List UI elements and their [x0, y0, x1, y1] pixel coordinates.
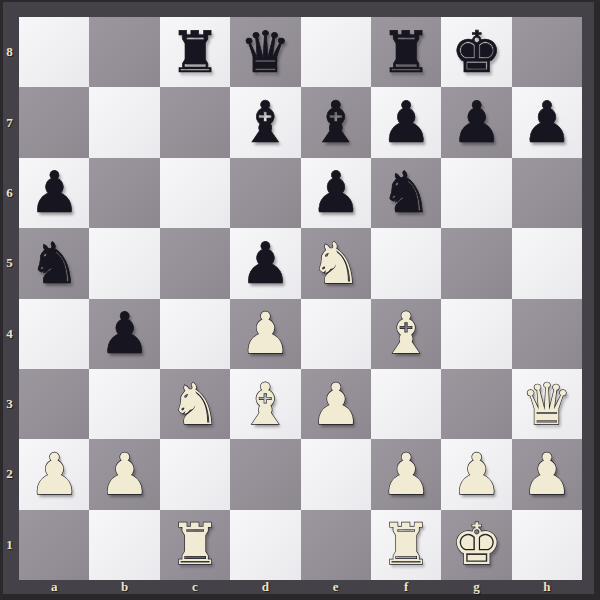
square-f3[interactable]	[371, 369, 441, 439]
square-g6[interactable]	[441, 158, 511, 228]
square-g5[interactable]	[441, 228, 511, 298]
rank-label-6: 6	[0, 158, 19, 228]
file-label-e: e	[301, 579, 371, 595]
piece-black-pawn[interactable]: ♟	[240, 235, 291, 292]
piece-black-pawn[interactable]: ♟	[29, 164, 80, 221]
piece-white-pawn[interactable]: ♟	[310, 376, 361, 433]
square-a4[interactable]	[19, 299, 89, 369]
square-c6[interactable]	[160, 158, 230, 228]
piece-black-bishop[interactable]: ♝	[240, 94, 291, 151]
square-h3[interactable]: ♛	[512, 369, 582, 439]
square-f7[interactable]: ♟	[371, 87, 441, 157]
square-a5[interactable]: ♞	[19, 228, 89, 298]
square-a7[interactable]	[19, 87, 89, 157]
square-b1[interactable]	[89, 510, 159, 580]
piece-white-pawn[interactable]: ♟	[240, 305, 291, 362]
square-c4[interactable]	[160, 299, 230, 369]
file-labels: abcdefgh	[19, 579, 582, 595]
piece-white-bishop[interactable]: ♝	[240, 376, 291, 433]
square-a2[interactable]: ♟	[19, 439, 89, 509]
chess-diagram: 87654321 abcdefgh ♜♛♜♚♝♝♟♟♟♟♟♞♞♟♞♟♟♝♞♝♟♛…	[0, 0, 600, 600]
rank-label-5: 5	[0, 228, 19, 298]
square-b7[interactable]	[89, 87, 159, 157]
piece-black-pawn[interactable]: ♟	[521, 94, 572, 151]
piece-white-rook[interactable]: ♜	[381, 516, 432, 573]
piece-black-knight[interactable]: ♞	[29, 235, 80, 292]
square-b5[interactable]	[89, 228, 159, 298]
square-f4[interactable]: ♝	[371, 299, 441, 369]
square-a1[interactable]	[19, 510, 89, 580]
piece-black-queen[interactable]: ♛	[240, 24, 291, 81]
square-b2[interactable]: ♟	[89, 439, 159, 509]
rank-label-7: 7	[0, 87, 19, 157]
piece-white-knight[interactable]: ♞	[169, 376, 220, 433]
square-e3[interactable]: ♟	[301, 369, 371, 439]
piece-white-bishop[interactable]: ♝	[381, 305, 432, 362]
square-e4[interactable]	[301, 299, 371, 369]
piece-white-pawn[interactable]: ♟	[521, 446, 572, 503]
square-d3[interactable]: ♝	[230, 369, 300, 439]
piece-black-pawn[interactable]: ♟	[451, 94, 502, 151]
piece-white-queen[interactable]: ♛	[521, 376, 572, 433]
square-c3[interactable]: ♞	[160, 369, 230, 439]
square-d7[interactable]: ♝	[230, 87, 300, 157]
square-e7[interactable]: ♝	[301, 87, 371, 157]
square-a3[interactable]	[19, 369, 89, 439]
square-c2[interactable]	[160, 439, 230, 509]
square-g4[interactable]	[441, 299, 511, 369]
piece-black-king[interactable]: ♚	[451, 24, 502, 81]
square-f5[interactable]	[371, 228, 441, 298]
rank-label-4: 4	[0, 299, 19, 369]
square-d2[interactable]	[230, 439, 300, 509]
rank-label-1: 1	[0, 510, 19, 580]
square-b6[interactable]	[89, 158, 159, 228]
file-label-g: g	[441, 579, 511, 595]
file-label-c: c	[160, 579, 230, 595]
square-h1[interactable]	[512, 510, 582, 580]
piece-white-pawn[interactable]: ♟	[451, 446, 502, 503]
file-label-f: f	[371, 579, 441, 595]
file-label-b: b	[89, 579, 159, 595]
square-b8[interactable]	[89, 17, 159, 87]
square-h2[interactable]: ♟	[512, 439, 582, 509]
piece-black-pawn[interactable]: ♟	[381, 94, 432, 151]
piece-white-knight[interactable]: ♞	[310, 235, 361, 292]
square-c5[interactable]	[160, 228, 230, 298]
piece-black-knight[interactable]: ♞	[381, 164, 432, 221]
square-d8[interactable]: ♛	[230, 17, 300, 87]
square-h8[interactable]	[512, 17, 582, 87]
file-label-d: d	[230, 579, 300, 595]
square-h4[interactable]	[512, 299, 582, 369]
square-h6[interactable]	[512, 158, 582, 228]
square-e2[interactable]	[301, 439, 371, 509]
square-f8[interactable]: ♜	[371, 17, 441, 87]
piece-black-rook[interactable]: ♜	[381, 24, 432, 81]
chess-board: ♜♛♜♚♝♝♟♟♟♟♟♞♞♟♞♟♟♝♞♝♟♛♟♟♟♟♟♜♜♚	[19, 17, 582, 580]
square-f2[interactable]: ♟	[371, 439, 441, 509]
square-d5[interactable]: ♟	[230, 228, 300, 298]
square-h7[interactable]: ♟	[512, 87, 582, 157]
square-g2[interactable]: ♟	[441, 439, 511, 509]
square-e5[interactable]: ♞	[301, 228, 371, 298]
piece-white-pawn[interactable]: ♟	[99, 446, 150, 503]
square-c1[interactable]: ♜	[160, 510, 230, 580]
square-c8[interactable]: ♜	[160, 17, 230, 87]
piece-white-king[interactable]: ♚	[451, 516, 502, 573]
piece-black-pawn[interactable]: ♟	[99, 305, 150, 362]
rank-labels: 87654321	[0, 17, 19, 580]
rank-label-2: 2	[0, 439, 19, 509]
piece-white-pawn[interactable]: ♟	[29, 446, 80, 503]
piece-white-pawn[interactable]: ♟	[381, 446, 432, 503]
square-e8[interactable]	[301, 17, 371, 87]
square-g1[interactable]: ♚	[441, 510, 511, 580]
square-d6[interactable]	[230, 158, 300, 228]
square-b4[interactable]: ♟	[89, 299, 159, 369]
square-g3[interactable]	[441, 369, 511, 439]
square-a8[interactable]	[19, 17, 89, 87]
square-f1[interactable]: ♜	[371, 510, 441, 580]
file-label-a: a	[19, 579, 89, 595]
square-g7[interactable]: ♟	[441, 87, 511, 157]
square-a6[interactable]: ♟	[19, 158, 89, 228]
piece-black-rook[interactable]: ♜	[169, 24, 220, 81]
square-h5[interactable]	[512, 228, 582, 298]
piece-white-rook[interactable]: ♜	[169, 516, 220, 573]
piece-black-pawn[interactable]: ♟	[310, 164, 361, 221]
square-e1[interactable]	[301, 510, 371, 580]
square-f6[interactable]: ♞	[371, 158, 441, 228]
file-label-h: h	[512, 579, 582, 595]
square-d4[interactable]: ♟	[230, 299, 300, 369]
rank-label-3: 3	[0, 369, 19, 439]
square-e6[interactable]: ♟	[301, 158, 371, 228]
piece-black-bishop[interactable]: ♝	[310, 94, 361, 151]
square-c7[interactable]	[160, 87, 230, 157]
square-b3[interactable]	[89, 369, 159, 439]
square-d1[interactable]	[230, 510, 300, 580]
square-g8[interactable]: ♚	[441, 17, 511, 87]
rank-label-8: 8	[0, 17, 19, 87]
